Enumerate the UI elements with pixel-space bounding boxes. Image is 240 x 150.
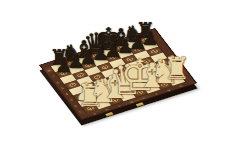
piece-white-rook-h1[interactable]: ♜ [163, 53, 190, 84]
piece-black-pawn-h7[interactable]: ♟ [141, 29, 158, 48]
chess-set-photo: abcdefgh 87654321 ♜♞♝♛♚♝♞♜♟♟♟♟♟♟♟♟♟♟♟♟♟♟… [0, 0, 240, 150]
pieces-layer: ♜♞♝♛♚♝♞♜♟♟♟♟♟♟♟♟♟♟♟♟♟♟♟♟♜♞♝♛♚♝♞♜ [0, 0, 240, 150]
